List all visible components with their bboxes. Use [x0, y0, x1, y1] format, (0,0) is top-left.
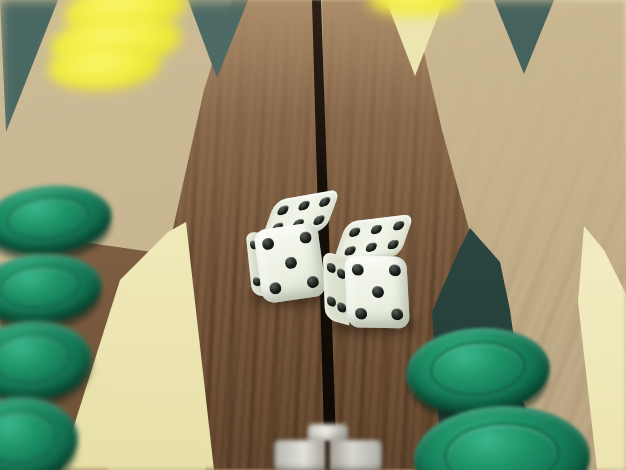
right-die [320, 212, 418, 332]
checker-ring [0, 330, 73, 387]
die-pip [388, 264, 401, 276]
die-pip [348, 227, 362, 238]
die-pip [354, 308, 367, 320]
checker-ring [0, 408, 59, 467]
checker-green [0, 179, 115, 260]
checker-ring [0, 261, 83, 313]
die-pip [262, 237, 276, 251]
die-pip [318, 196, 332, 208]
die-pip [391, 221, 405, 232]
die-face-right [344, 256, 410, 329]
die-pip [269, 281, 283, 295]
die-pip [371, 286, 384, 298]
die-pip [391, 308, 404, 320]
die-pip [369, 224, 383, 235]
checker-green [0, 317, 95, 405]
die-pip [326, 295, 335, 308]
die-pip [326, 261, 335, 274]
die-pip [364, 242, 378, 253]
die-pip [299, 231, 313, 245]
checker-ring [428, 338, 527, 400]
backgammon-board-photo [0, 0, 626, 470]
checker-ring [3, 192, 92, 244]
die-pip [284, 256, 298, 270]
die-pip [337, 301, 346, 314]
checker-green [0, 249, 105, 330]
die-pip [343, 245, 357, 256]
die-pip [276, 204, 290, 216]
die-pip [297, 200, 311, 212]
die-pip [352, 264, 365, 276]
die-pip [386, 239, 400, 250]
checker-green [0, 394, 80, 470]
checker-ring [443, 420, 561, 470]
die-pip [306, 275, 320, 289]
die-face-front [253, 222, 327, 304]
checker-green [403, 323, 553, 419]
checker-yellow [368, 0, 462, 16]
checker-green [412, 403, 592, 470]
